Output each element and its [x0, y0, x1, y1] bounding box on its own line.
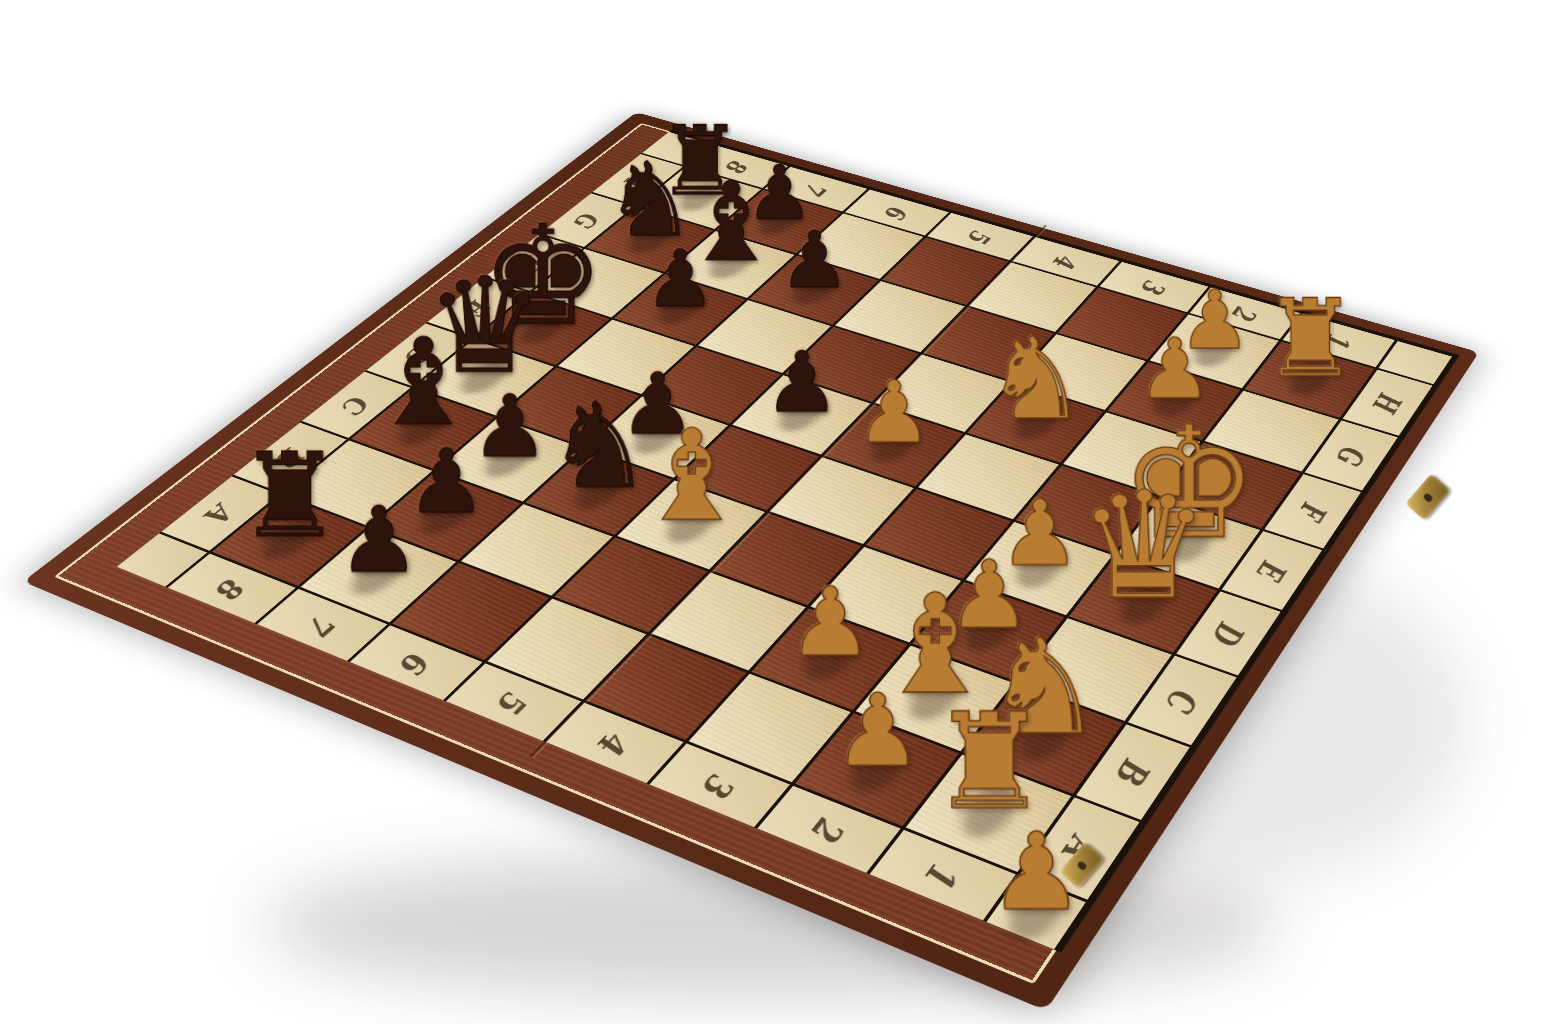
brass-clasp-icon: [1405, 473, 1451, 520]
coord-label-text: 3: [1133, 277, 1175, 297]
coord-label-text: 6: [877, 203, 917, 221]
coord-label-text: 4: [588, 726, 641, 757]
coord-label-text: 5: [960, 227, 1001, 246]
coord-label-text: 6: [391, 648, 443, 677]
coord-label-text: 2: [801, 812, 857, 846]
coord-label-text: 4: [1045, 252, 1087, 271]
coord-label-text: 7: [297, 610, 348, 638]
coord-label-text: 3: [693, 768, 747, 801]
product-photo-stage: ABCDEFGH8877665544332211ABCDEFGH♜♝♛♚♞♜♟♟…: [0, 0, 1560, 1024]
coord-label-text: 8: [207, 574, 257, 601]
coord-label-text: 5: [487, 686, 539, 716]
coord-label-text: G: [1328, 442, 1376, 468]
coord-label-text: 1: [914, 857, 971, 892]
